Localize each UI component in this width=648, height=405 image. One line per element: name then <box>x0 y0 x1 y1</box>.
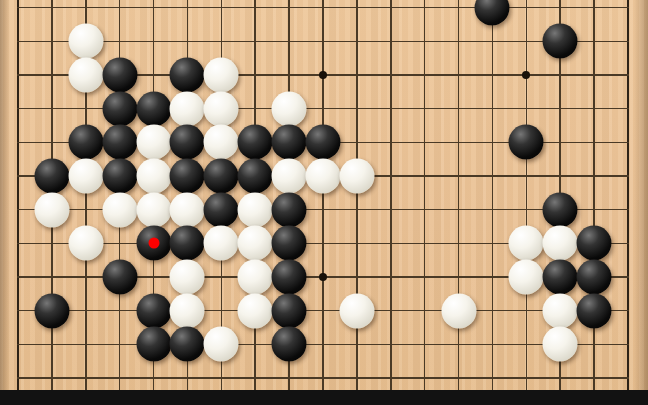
grid-hline <box>17 7 629 9</box>
white-stone <box>306 159 341 194</box>
black-stone <box>272 226 307 261</box>
grid-vline <box>627 0 629 390</box>
grid-vline <box>17 0 19 390</box>
black-stone <box>475 0 510 25</box>
white-stone <box>509 226 544 261</box>
black-stone <box>68 125 103 160</box>
white-stone <box>34 192 69 227</box>
black-stone <box>543 192 578 227</box>
black-stone <box>272 192 307 227</box>
white-stone <box>339 293 374 328</box>
black-stone <box>204 192 239 227</box>
white-stone <box>170 293 205 328</box>
black-stone <box>238 159 273 194</box>
white-stone <box>238 226 273 261</box>
grid-vline <box>458 0 460 390</box>
black-stone <box>543 260 578 295</box>
black-stone <box>577 226 612 261</box>
go-board[interactable] <box>0 0 648 405</box>
white-stone <box>441 293 476 328</box>
black-stone <box>509 125 544 160</box>
white-stone <box>509 260 544 295</box>
grid-hline <box>17 344 629 346</box>
white-stone <box>272 91 307 126</box>
grid-hline <box>17 310 629 312</box>
black-stone <box>102 260 137 295</box>
letterbox-bar <box>0 390 648 405</box>
grid-vline <box>390 0 392 390</box>
white-stone <box>136 192 171 227</box>
black-stone <box>272 125 307 160</box>
black-stone <box>543 24 578 59</box>
black-stone <box>136 293 171 328</box>
black-stone <box>102 58 137 93</box>
black-stone <box>102 125 137 160</box>
white-stone <box>136 159 171 194</box>
board-left-shadow <box>0 0 10 390</box>
grid-vline <box>322 0 324 390</box>
black-stone <box>102 91 137 126</box>
black-stone <box>577 260 612 295</box>
white-stone <box>68 58 103 93</box>
grid-vline <box>593 0 595 390</box>
white-stone <box>102 192 137 227</box>
grid-vline <box>356 0 358 390</box>
grid-vline <box>424 0 426 390</box>
black-stone <box>136 226 171 261</box>
star-point <box>319 273 327 281</box>
black-stone <box>170 226 205 261</box>
black-stone <box>577 293 612 328</box>
black-stone <box>170 58 205 93</box>
black-stone <box>136 91 171 126</box>
grid-vline <box>526 0 528 390</box>
white-stone <box>543 327 578 362</box>
black-stone <box>170 159 205 194</box>
grid-vline <box>492 0 494 390</box>
black-stone <box>170 125 205 160</box>
star-point <box>522 71 530 79</box>
black-stone <box>170 327 205 362</box>
white-stone <box>204 327 239 362</box>
black-stone <box>136 327 171 362</box>
grid-hline <box>17 41 629 43</box>
white-stone <box>339 159 374 194</box>
white-stone <box>170 192 205 227</box>
white-stone <box>170 260 205 295</box>
white-stone <box>204 91 239 126</box>
black-stone <box>306 125 341 160</box>
star-point <box>319 71 327 79</box>
black-stone <box>272 327 307 362</box>
white-stone <box>272 159 307 194</box>
white-stone <box>170 91 205 126</box>
white-stone <box>204 58 239 93</box>
white-stone <box>543 226 578 261</box>
white-stone <box>238 260 273 295</box>
white-stone <box>68 226 103 261</box>
white-stone <box>136 125 171 160</box>
white-stone <box>68 24 103 59</box>
white-stone <box>204 125 239 160</box>
black-stone <box>34 159 69 194</box>
white-stone <box>543 293 578 328</box>
board-right-shadow <box>634 0 648 390</box>
white-stone <box>204 226 239 261</box>
black-stone <box>272 293 307 328</box>
black-stone <box>272 260 307 295</box>
black-stone <box>204 159 239 194</box>
white-stone <box>238 192 273 227</box>
white-stone <box>68 159 103 194</box>
black-stone <box>102 159 137 194</box>
grid-hline <box>17 377 629 379</box>
black-stone <box>34 293 69 328</box>
white-stone <box>238 293 273 328</box>
black-stone <box>238 125 273 160</box>
